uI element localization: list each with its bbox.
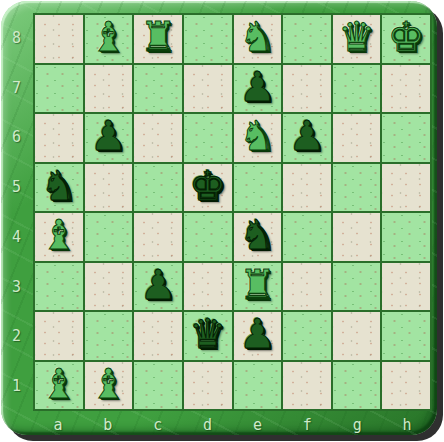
file-label: b [83,410,133,439]
square-d7[interactable] [184,65,232,113]
square-e3[interactable]: ♜ [234,263,282,311]
square-a6[interactable] [35,114,83,162]
square-e6[interactable]: ♞ [234,114,282,162]
rank-label: 1 [0,361,33,411]
piece-white-rook[interactable]: ♜ [239,265,276,306]
rank-label: 3 [0,262,33,312]
square-h3[interactable] [382,263,430,311]
square-f3[interactable] [283,263,331,311]
piece-black-pawn[interactable]: ♟ [140,265,177,306]
square-d8[interactable] [184,15,232,63]
file-labels: abcdefgh [33,410,432,439]
square-e2[interactable]: ♟ [234,312,282,360]
square-g4[interactable] [333,213,381,261]
file-label: f [282,410,332,439]
piece-white-bishop[interactable]: ♝ [40,364,77,405]
file-label: h [382,410,432,439]
square-c5[interactable] [134,164,182,212]
square-c2[interactable] [134,312,182,360]
square-g8[interactable]: ♛ [333,15,381,63]
square-f2[interactable] [283,312,331,360]
square-g2[interactable] [333,312,381,360]
square-d6[interactable] [184,114,232,162]
square-b8[interactable]: ♝ [85,15,133,63]
square-a4[interactable]: ♝ [35,213,83,261]
piece-black-pawn[interactable]: ♟ [289,116,326,157]
chess-app-window: 87654321 ♝♜♞♛♚♟♟♞♟♞♚♝♞♟♜♛♟♝♝ abcdefgh [0,0,444,442]
square-f1[interactable] [283,362,331,410]
piece-black-king[interactable]: ♚ [189,166,226,207]
square-c4[interactable] [134,213,182,261]
square-d2[interactable]: ♛ [184,312,232,360]
piece-white-bishop[interactable]: ♝ [90,364,127,405]
square-a7[interactable] [35,65,83,113]
piece-white-knight[interactable]: ♞ [239,17,276,58]
square-b1[interactable]: ♝ [85,362,133,410]
rank-label: 2 [0,312,33,362]
square-f4[interactable] [283,213,331,261]
square-b3[interactable] [85,263,133,311]
square-h8[interactable]: ♚ [382,15,430,63]
square-d1[interactable] [184,362,232,410]
square-g1[interactable] [333,362,381,410]
square-d5[interactable]: ♚ [184,164,232,212]
rank-labels: 87654321 [0,13,33,411]
piece-black-knight[interactable]: ♞ [239,215,276,256]
file-label: e [233,410,283,439]
square-a8[interactable] [35,15,83,63]
square-c8[interactable]: ♜ [134,15,182,63]
square-b4[interactable] [85,213,133,261]
square-c7[interactable] [134,65,182,113]
file-label: g [332,410,382,439]
square-g3[interactable] [333,263,381,311]
square-b5[interactable] [85,164,133,212]
rank-label: 7 [0,63,33,113]
rank-label: 5 [0,162,33,212]
square-a5[interactable]: ♞ [35,164,83,212]
square-h4[interactable] [382,213,430,261]
square-a3[interactable] [35,263,83,311]
rank-label: 6 [0,113,33,163]
file-label: d [183,410,233,439]
file-label: a [33,410,83,439]
square-g6[interactable] [333,114,381,162]
square-g5[interactable] [333,164,381,212]
square-h7[interactable] [382,65,430,113]
square-f6[interactable]: ♟ [283,114,331,162]
file-label: c [133,410,183,439]
square-f8[interactable] [283,15,331,63]
piece-black-knight[interactable]: ♞ [40,166,77,207]
piece-black-pawn[interactable]: ♟ [239,314,276,355]
square-a2[interactable] [35,312,83,360]
square-e1[interactable] [234,362,282,410]
square-e5[interactable] [234,164,282,212]
piece-white-bishop[interactable]: ♝ [90,17,127,58]
piece-white-rook[interactable]: ♜ [140,17,177,58]
square-c3[interactable]: ♟ [134,263,182,311]
square-b7[interactable] [85,65,133,113]
square-d3[interactable] [184,263,232,311]
square-d4[interactable] [184,213,232,261]
piece-black-pawn[interactable]: ♟ [239,67,276,108]
square-b2[interactable] [85,312,133,360]
square-h6[interactable] [382,114,430,162]
rank-label: 8 [0,13,33,63]
square-e4[interactable]: ♞ [234,213,282,261]
square-c1[interactable] [134,362,182,410]
square-g7[interactable] [333,65,381,113]
rank-label: 4 [0,212,33,262]
square-f7[interactable] [283,65,331,113]
piece-white-knight[interactable]: ♞ [239,116,276,157]
square-e8[interactable]: ♞ [234,15,282,63]
square-h5[interactable] [382,164,430,212]
piece-white-king[interactable]: ♚ [388,17,425,58]
square-h1[interactable] [382,362,430,410]
square-b6[interactable]: ♟ [85,114,133,162]
piece-white-bishop[interactable]: ♝ [40,215,77,256]
piece-white-queen[interactable]: ♛ [338,17,375,58]
piece-black-queen[interactable]: ♛ [189,314,226,355]
board-grid: ♝♜♞♛♚♟♟♞♟♞♚♝♞♟♜♛♟♝♝ [33,13,432,411]
piece-black-pawn[interactable]: ♟ [90,116,127,157]
square-h2[interactable] [382,312,430,360]
square-e7[interactable]: ♟ [234,65,282,113]
square-f5[interactable] [283,164,331,212]
square-a1[interactable]: ♝ [35,362,83,410]
square-c6[interactable] [134,114,182,162]
